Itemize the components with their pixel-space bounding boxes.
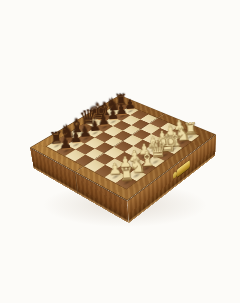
- piece-white-rook: ♜: [118, 165, 134, 183]
- piece-black-pawn: ♟: [58, 137, 73, 151]
- chess-box: ♜♞♝♛♚♝♞♜♟♟♟♟♟♟♟♟♟♟♟♟♟♟♟♟♜♞♝♛♚♝♞♜: [30, 95, 216, 201]
- board-top: ♜♞♝♛♚♝♞♜♟♟♟♟♟♟♟♟♟♟♟♟♟♟♟♟♜♞♝♛♚♝♞♜: [30, 95, 216, 201]
- brass-latch: [177, 160, 190, 177]
- product-photo: ♜♞♝♛♚♝♞♜♟♟♟♟♟♟♟♟♟♟♟♟♟♟♟♟♜♞♝♛♚♝♞♜: [0, 0, 240, 303]
- fold-seam-side: [75, 173, 79, 195]
- square-a1: ♜: [115, 176, 136, 189]
- square-a7: ♟: [56, 145, 75, 156]
